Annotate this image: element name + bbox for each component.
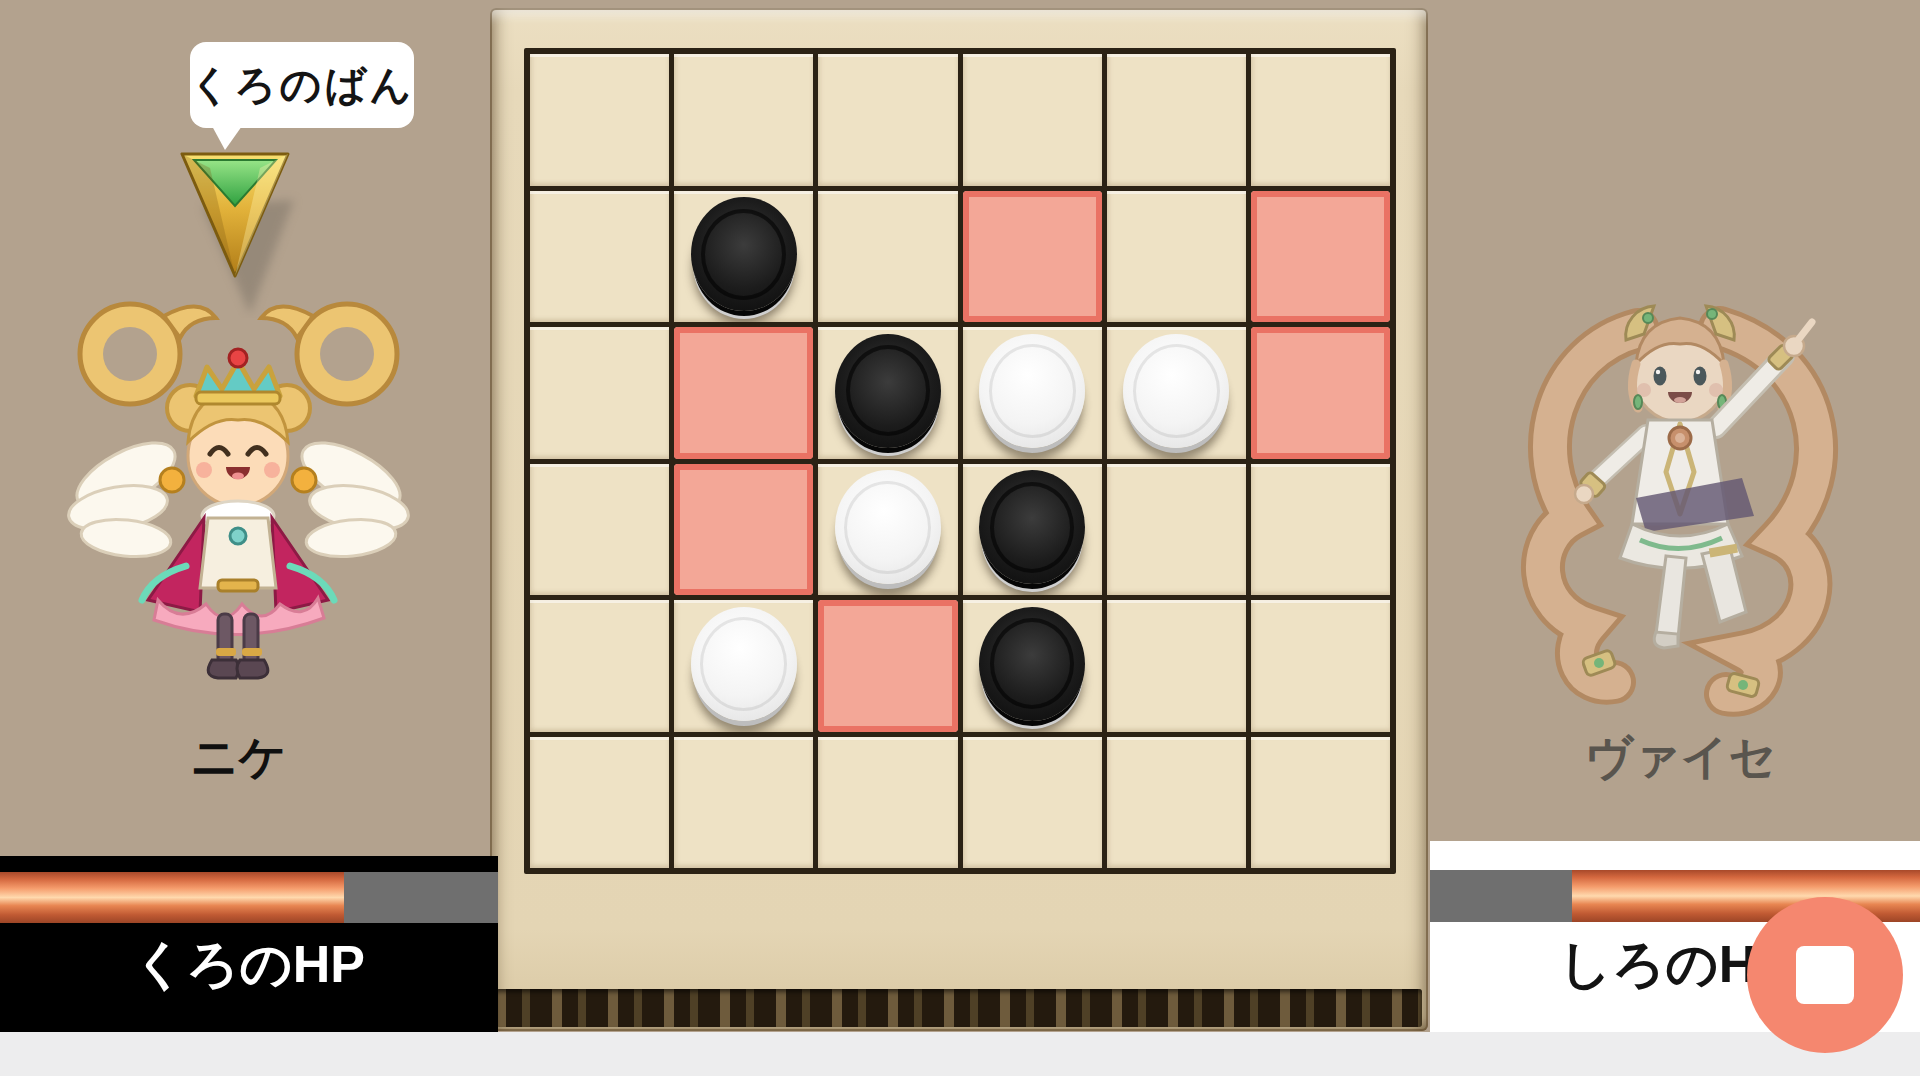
black-hp-fill — [0, 872, 344, 923]
board-cell — [1251, 54, 1390, 186]
frame-ornament-band — [496, 989, 1422, 1027]
board-cell — [1107, 737, 1246, 869]
board-cell-legal-move[interactable] — [674, 464, 813, 596]
stop-button[interactable] — [1747, 897, 1903, 1053]
board-cell — [963, 327, 1102, 459]
white-disc — [1123, 334, 1229, 448]
white-player-name: ヴァイセ — [1488, 726, 1873, 789]
turn-indicator-bubble: くろのばん — [190, 42, 414, 128]
board-frame — [490, 8, 1428, 1031]
board-cell — [674, 54, 813, 186]
board-cell — [963, 54, 1102, 186]
board-cell — [1107, 464, 1246, 596]
board-cell — [818, 737, 957, 869]
board-cell — [1251, 600, 1390, 732]
black-player-name: ニケ — [66, 726, 411, 789]
board-cell — [674, 191, 813, 323]
black-character-illustration — [66, 266, 411, 721]
board-grid — [524, 48, 1396, 874]
black-disc — [691, 197, 797, 311]
white-disc — [979, 334, 1085, 448]
board-cell — [1251, 464, 1390, 596]
board-cell — [818, 327, 957, 459]
stop-icon — [1796, 946, 1854, 1004]
board-cell — [963, 600, 1102, 732]
board-cell — [963, 737, 1102, 869]
board-cell — [530, 327, 669, 459]
board-cell — [818, 464, 957, 596]
board-cell — [1107, 54, 1246, 186]
board-cell — [963, 464, 1102, 596]
bottom-strip — [0, 1032, 1920, 1076]
board-cell — [818, 191, 957, 323]
game-screen: くろのばん — [0, 0, 1920, 1076]
board-cell — [674, 737, 813, 869]
black-hp-label: くろのHP — [0, 930, 498, 1000]
board-cell — [674, 600, 813, 732]
board-cell-legal-move[interactable] — [1251, 327, 1390, 459]
board-cell — [1107, 600, 1246, 732]
black-hp-bar — [0, 872, 498, 923]
board-cell — [1107, 327, 1246, 459]
black-disc — [835, 334, 941, 448]
turn-indicator-label: くろのばん — [190, 58, 415, 113]
white-disc — [835, 470, 941, 584]
black-disc — [979, 470, 1085, 584]
board-cell-legal-move[interactable] — [674, 327, 813, 459]
board-cell — [530, 54, 669, 186]
board-cell — [530, 464, 669, 596]
board-cell — [1251, 737, 1390, 869]
white-character-illustration — [1488, 256, 1873, 718]
board-cell — [1107, 191, 1246, 323]
board-cell-legal-move[interactable] — [1251, 191, 1390, 323]
board-cell — [530, 737, 669, 869]
board-cell — [530, 600, 669, 732]
board-cell — [530, 191, 669, 323]
black-disc — [979, 607, 1085, 721]
white-disc — [691, 607, 797, 721]
board-cell-legal-move[interactable] — [818, 600, 957, 732]
board-cell-legal-move[interactable] — [963, 191, 1102, 323]
board-cell — [818, 54, 957, 186]
